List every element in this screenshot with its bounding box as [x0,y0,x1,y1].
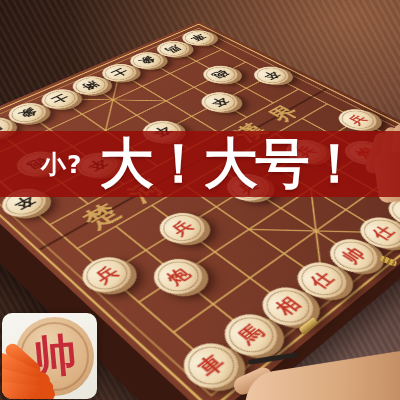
banner-small-text: 小? [41,148,83,181]
xiangqi-piece-red: 兵 [73,251,141,300]
inset-closeup-card: 帅 [2,313,97,399]
xiangqi-piece-red: 炮 [144,252,212,302]
promo-banner: 小? 大！大号！ [0,131,400,197]
product-photo-scene: 楚河 漢界 車馬象士將士象馬車砲砲卒卒卒卒卒兵兵兵兵兵炮炮車馬相仕帅仕相馬車 小… [0,0,400,400]
xiangqi-piece-black: 砲 [196,62,244,87]
xiangqi-piece-red: 兵 [151,207,214,250]
banner-big-text: 大！大号！ [100,137,360,191]
xiangqi-piece-black: 卒 [194,88,245,116]
xiangqi-piece-black: 卒 [247,63,295,88]
